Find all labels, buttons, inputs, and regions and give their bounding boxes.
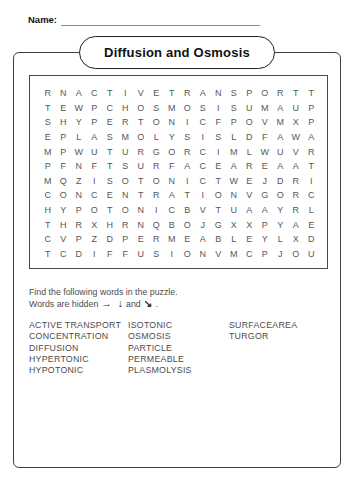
grid-cell-r12c13: M	[226, 246, 242, 261]
grid-cell-r8c8: R	[149, 188, 165, 203]
grid-cell-r7c1: M	[40, 173, 56, 188]
grid-cell-r3c15: V	[257, 115, 273, 130]
grid-cell-r8c11: I	[195, 188, 211, 203]
grid-cell-r3c2: H	[56, 115, 72, 130]
grid-cell-r4c7: O	[133, 130, 149, 145]
grid-cell-r11c10: E	[180, 232, 196, 247]
grid-cell-r5c11: C	[195, 144, 211, 159]
grid-cell-r10c9: B	[164, 217, 180, 232]
grid-cell-r8c9: A	[164, 188, 180, 203]
grid-cell-r7c6: O	[118, 173, 134, 188]
grid-cell-r7c11: C	[195, 173, 211, 188]
grid-cell-r1c18: T	[304, 86, 320, 101]
grid-cell-r9c8: I	[149, 203, 165, 218]
grid-cell-r6c11: C	[195, 159, 211, 174]
grid-cell-r4c1: E	[40, 130, 56, 145]
grid-cell-r2c6: H	[118, 101, 134, 116]
grid-cell-r5c9: O	[164, 144, 180, 159]
grid-cell-r7c3: Z	[71, 173, 87, 188]
grid-cell-r6c6: S	[118, 159, 134, 174]
grid-cell-r9c14: A	[242, 203, 258, 218]
grid-cell-r10c18: E	[304, 217, 320, 232]
grid-cell-r2c14: U	[242, 101, 258, 116]
grid-cell-r1c8: E	[149, 86, 165, 101]
grid-cell-r3c8: O	[149, 115, 165, 130]
grid-cell-r4c5: S	[102, 130, 118, 145]
grid-cell-r10c13: X	[226, 217, 242, 232]
grid-cell-r1c15: O	[257, 86, 273, 101]
grid-cell-r6c7: U	[133, 159, 149, 174]
grid-cell-r4c3: L	[71, 130, 87, 145]
grid-cell-r2c1: T	[40, 101, 56, 116]
grid-cell-r6c12: E	[211, 159, 227, 174]
grid-cell-r6c4: F	[87, 159, 103, 174]
name-label: Name:	[28, 13, 57, 26]
grid-cell-r4c2: P	[56, 130, 72, 145]
grid-cell-r6c5: T	[102, 159, 118, 174]
grid-cell-r5c3: W	[71, 144, 87, 159]
grid-cell-r6c16: A	[273, 159, 289, 174]
word-list-item: HYPOTONIC	[29, 365, 128, 376]
grid-cell-r3c5: E	[102, 115, 118, 130]
instruction-period: .	[156, 299, 158, 309]
grid-cell-r1c14: P	[242, 86, 258, 101]
grid-cell-r9c7: N	[133, 203, 149, 218]
grid-cell-r4c12: S	[211, 130, 227, 145]
grid-cell-r7c7: T	[133, 173, 149, 188]
grid-cell-r11c4: Z	[87, 232, 103, 247]
grid-cell-r3c14: O	[242, 115, 258, 130]
grid-cell-r3c4: P	[87, 115, 103, 130]
grid-cell-r10c12: G	[211, 217, 227, 232]
grid-cell-r2c3: W	[71, 101, 87, 116]
grid-cell-r1c16: R	[273, 86, 289, 101]
grid-cell-r8c10: T	[180, 188, 196, 203]
grid-cell-r5c1: M	[40, 144, 56, 159]
grid-cell-r9c17: R	[288, 203, 304, 218]
worksheet-page: Name: Diffusion and Osmosis RNACTIVETRAN…	[0, 0, 354, 500]
grid-cell-r11c3: P	[71, 232, 87, 247]
grid-cell-r2c5: C	[102, 101, 118, 116]
grid-cell-r2c17: U	[288, 101, 304, 116]
grid-cell-r1c10: R	[180, 86, 196, 101]
puzzle-frame: RNACTIVETRANSPORTTTEWPCHOSMOSISUMAUPSHYP…	[13, 52, 341, 468]
grid-cell-r4c18: A	[304, 130, 320, 145]
grid-cell-r12c10: O	[180, 246, 196, 261]
grid-cell-r12c3: D	[71, 246, 87, 261]
grid-cell-r3c11: C	[195, 115, 211, 130]
grid-cell-r1c6: I	[118, 86, 134, 101]
grid-cell-r5c2: P	[56, 144, 72, 159]
grid-cell-r9c16: Y	[273, 203, 289, 218]
grid-cell-r3c12: F	[211, 115, 227, 130]
grid-cell-r12c15: P	[257, 246, 273, 261]
word-list-item: ISOTONIC	[128, 320, 229, 331]
word-list-item: SURFACEAREA	[229, 320, 330, 331]
word-list-column-3: SURFACEAREATURGOR	[229, 320, 330, 376]
grid-cell-r7c17: R	[288, 173, 304, 188]
grid-cell-r5c7: R	[133, 144, 149, 159]
grid-cell-r3c17: X	[288, 115, 304, 130]
grid-cell-r6c15: E	[257, 159, 273, 174]
grid-cell-r2c13: S	[226, 101, 242, 116]
grid-cell-r9c15: A	[257, 203, 273, 218]
grid-cell-r5c12: I	[211, 144, 227, 159]
grid-cell-r12c12: V	[211, 246, 227, 261]
grid-cell-r1c17: T	[288, 86, 304, 101]
grid-cell-r5c18: R	[304, 144, 320, 159]
grid-cell-r5c16: U	[273, 144, 289, 159]
grid-cell-r10c2: H	[56, 217, 72, 232]
grid-cell-r1c11: A	[195, 86, 211, 101]
grid-cell-r6c18: T	[304, 159, 320, 174]
grid-cell-r12c16: J	[273, 246, 289, 261]
grid-cell-r2c7: O	[133, 101, 149, 116]
grid-cell-r12c5: F	[102, 246, 118, 261]
grid-cell-r11c15: Y	[257, 232, 273, 247]
grid-cell-r8c15: G	[257, 188, 273, 203]
grid-cell-r4c9: Y	[164, 130, 180, 145]
grid-cell-r8c12: O	[211, 188, 227, 203]
grid-cell-r12c17: O	[288, 246, 304, 261]
grid-cell-r8c18: C	[304, 188, 320, 203]
grid-cell-r7c15: J	[257, 173, 273, 188]
grid-cell-r3c1: S	[40, 115, 56, 130]
word-list-column-2: ISOTONICOSMOSISPARTICLEPERMEABLEPLASMOLY…	[128, 320, 229, 376]
grid-cell-r3c13: P	[226, 115, 242, 130]
grid-cell-r4c11: I	[195, 130, 211, 145]
grid-cell-r3c9: N	[164, 115, 180, 130]
grid-cell-r11c1: C	[40, 232, 56, 247]
word-list-item: OSMOSIS	[128, 331, 229, 342]
grid-cell-r4c16: A	[273, 130, 289, 145]
grid-cell-r6c13: A	[226, 159, 242, 174]
name-row: Name:	[28, 13, 260, 26]
word-list-item: TURGOR	[229, 331, 330, 342]
grid-cell-r7c9: N	[164, 173, 180, 188]
grid-cell-r7c13: W	[226, 173, 242, 188]
grid-cell-r4c13: L	[226, 130, 242, 145]
grid-cell-r6c10: A	[180, 159, 196, 174]
grid-cell-r10c1: T	[40, 217, 56, 232]
grid-cell-r12c4: I	[87, 246, 103, 261]
letter-grid: RNACTIVETRANSPORTTTEWPCHOSMOSISUMAUPSHYP…	[29, 75, 328, 269]
diagonal-arrow-icon: ↘	[144, 297, 153, 309]
grid-cell-r11c17: X	[288, 232, 304, 247]
grid-cell-r2c9: M	[164, 101, 180, 116]
grid-cell-r10c10: O	[180, 217, 196, 232]
grid-cell-r5c4: U	[87, 144, 103, 159]
grid-cell-r11c8: R	[149, 232, 165, 247]
grid-cell-r3c3: Y	[71, 115, 87, 130]
grid-cell-r2c11: S	[195, 101, 211, 116]
grid-cell-r8c6: N	[118, 188, 134, 203]
instruction-line-2: Words are hidden→↓and↘.	[29, 298, 329, 310]
title-box: Diffusion and Osmosis	[79, 36, 275, 69]
grid-cell-r8c17: R	[288, 188, 304, 203]
grid-cell-r10c5: H	[102, 217, 118, 232]
grid-cell-r8c4: C	[87, 188, 103, 203]
instruction-line-2-text: Words are hidden	[29, 299, 98, 309]
grid-cell-r6c17: A	[288, 159, 304, 174]
grid-cell-r3c7: T	[133, 115, 149, 130]
grid-cell-r2c8: S	[149, 101, 165, 116]
grid-cell-r9c4: O	[87, 203, 103, 218]
grid-cell-r12c18: U	[304, 246, 320, 261]
grid-cell-r9c5: T	[102, 203, 118, 218]
grid-cell-r11c18: D	[304, 232, 320, 247]
grid-cell-r5c10: R	[180, 144, 196, 159]
word-list-item: PLASMOLYSIS	[128, 365, 229, 376]
grid-cell-r11c7: E	[133, 232, 149, 247]
grid-cell-r2c10: O	[180, 101, 196, 116]
grid-cell-r1c3: A	[71, 86, 87, 101]
grid-cell-r8c3: N	[71, 188, 87, 203]
grid-cell-r4c10: S	[180, 130, 196, 145]
grid-cell-r10c14: X	[242, 217, 258, 232]
grid-cell-r2c18: P	[304, 101, 320, 116]
grid-cell-r4c4: A	[87, 130, 103, 145]
grid-cell-r1c13: S	[226, 86, 242, 101]
grid-cell-r8c2: O	[56, 188, 72, 203]
grid-cell-r9c10: B	[180, 203, 196, 218]
down-arrow-icon: ↓	[118, 297, 123, 309]
grid-cell-r6c9: F	[164, 159, 180, 174]
grid-cell-r3c16: M	[273, 115, 289, 130]
word-list-item: CONCENTRATION	[29, 331, 128, 342]
grid-cell-r11c5: D	[102, 232, 118, 247]
grid-cell-r12c11: N	[195, 246, 211, 261]
grid-cell-r5c8: G	[149, 144, 165, 159]
grid-cell-r2c12: I	[211, 101, 227, 116]
grid-cell-r10c6: R	[118, 217, 134, 232]
grid-cell-r9c1: H	[40, 203, 56, 218]
grid-cell-r4c15: F	[257, 130, 273, 145]
word-list-item: PARTICLE	[128, 343, 229, 354]
grid-cell-r10c11: J	[195, 217, 211, 232]
word-list: ACTIVE TRANSPORTCONCENTRATIONDIFFUSIONHY…	[29, 320, 330, 376]
grid-cell-r9c6: O	[118, 203, 134, 218]
grid-cell-r6c8: R	[149, 159, 165, 174]
grid-cell-r12c1: T	[40, 246, 56, 261]
grid-cell-r9c13: U	[226, 203, 242, 218]
grid-cell-r1c5: T	[102, 86, 118, 101]
grid-cell-r2c2: E	[56, 101, 72, 116]
grid-cell-r4c14: D	[242, 130, 258, 145]
grid-cell-r7c16: D	[273, 173, 289, 188]
grid-cell-r12c14: C	[242, 246, 258, 261]
grid-cell-r7c4: I	[87, 173, 103, 188]
grid-cell-r1c12: N	[211, 86, 227, 101]
right-arrow-icon: →	[101, 297, 112, 309]
grid-cell-r10c7: N	[133, 217, 149, 232]
grid-cell-r6c3: N	[71, 159, 87, 174]
instructions: Find the following words in the puzzle. …	[29, 287, 329, 309]
word-list-column-1: ACTIVE TRANSPORTCONCENTRATIONDIFFUSIONHY…	[29, 320, 128, 376]
instruction-and-label: and	[126, 299, 141, 309]
grid-cell-r10c16: Y	[273, 217, 289, 232]
grid-cell-r10c15: P	[257, 217, 273, 232]
grid-cell-r7c12: T	[211, 173, 227, 188]
grid-cell-r6c1: P	[40, 159, 56, 174]
grid-cell-r7c18: I	[304, 173, 320, 188]
word-list-item: ACTIVE TRANSPORT	[29, 320, 128, 331]
grid-cell-r8c7: T	[133, 188, 149, 203]
grid-cell-r4c8: L	[149, 130, 165, 145]
word-list-item: PERMEABLE	[128, 354, 229, 365]
grid-cell-r8c1: C	[40, 188, 56, 203]
grid-cell-r8c16: O	[273, 188, 289, 203]
grid-cell-r1c7: V	[133, 86, 149, 101]
grid-cell-r4c6: M	[118, 130, 134, 145]
grid-cell-r9c18: L	[304, 203, 320, 218]
page-title: Diffusion and Osmosis	[104, 45, 250, 60]
grid-cell-r6c14: R	[242, 159, 258, 174]
grid-cell-r7c2: Q	[56, 173, 72, 188]
grid-cell-r1c2: N	[56, 86, 72, 101]
grid-cell-r3c6: R	[118, 115, 134, 130]
grid-cell-r11c6: P	[118, 232, 134, 247]
grid-cell-r7c8: O	[149, 173, 165, 188]
grid-cell-r7c14: E	[242, 173, 258, 188]
grid-cell-r10c17: A	[288, 217, 304, 232]
grid-cell-r8c13: N	[226, 188, 242, 203]
grid-cell-r5c5: T	[102, 144, 118, 159]
grid-cell-r9c11: V	[195, 203, 211, 218]
grid-cell-r12c6: F	[118, 246, 134, 261]
grid-cell-r6c2: F	[56, 159, 72, 174]
name-fill-line	[61, 14, 260, 26]
grid-cell-r11c13: L	[226, 232, 242, 247]
grid-cell-r5c14: L	[242, 144, 258, 159]
grid-cell-r5c17: V	[288, 144, 304, 159]
grid-cell-r11c9: M	[164, 232, 180, 247]
grid-cell-r11c2: V	[56, 232, 72, 247]
grid-cell-r12c8: S	[149, 246, 165, 261]
grid-cell-r7c10: I	[180, 173, 196, 188]
grid-cell-r11c14: E	[242, 232, 258, 247]
grid-cell-r2c15: M	[257, 101, 273, 116]
grid-cell-r3c10: I	[180, 115, 196, 130]
grid-cell-r11c16: L	[273, 232, 289, 247]
grid-cell-r2c16: A	[273, 101, 289, 116]
word-list-item: HYPERTONIC	[29, 354, 128, 365]
grid-cell-r10c8: Q	[149, 217, 165, 232]
grid-cell-r5c13: M	[226, 144, 242, 159]
grid-cell-r9c2: Y	[56, 203, 72, 218]
grid-cell-r10c4: X	[87, 217, 103, 232]
grid-cell-r12c7: U	[133, 246, 149, 261]
grid-cell-r1c9: T	[164, 86, 180, 101]
grid-cell-r7c5: S	[102, 173, 118, 188]
grid-cell-r2c4: P	[87, 101, 103, 116]
grid-cell-r5c6: U	[118, 144, 134, 159]
grid-cell-r5c15: W	[257, 144, 273, 159]
grid-cell-r4c17: W	[288, 130, 304, 145]
grid-cell-r9c3: P	[71, 203, 87, 218]
grid-cell-r1c1: R	[40, 86, 56, 101]
grid-cell-r3c18: P	[304, 115, 320, 130]
grid-cell-r12c2: C	[56, 246, 72, 261]
grid-cell-r10c3: R	[71, 217, 87, 232]
instruction-line-1: Find the following words in the puzzle.	[29, 287, 329, 298]
grid-cell-r8c5: E	[102, 188, 118, 203]
grid-cell-r11c12: B	[211, 232, 227, 247]
grid-cell-r8c14: V	[242, 188, 258, 203]
grid-cell-r9c12: T	[211, 203, 227, 218]
word-list-item: DIFFUSION	[29, 343, 128, 354]
grid-cell-r12c9: I	[164, 246, 180, 261]
grid-cell-r9c9: C	[164, 203, 180, 218]
grid-cell-r11c11: A	[195, 232, 211, 247]
grid-cell-r1c4: C	[87, 86, 103, 101]
